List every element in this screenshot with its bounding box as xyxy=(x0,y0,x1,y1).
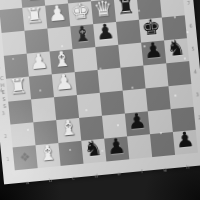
square-d5[interactable] xyxy=(72,47,97,72)
square-f4[interactable] xyxy=(120,66,145,91)
square-f1[interactable] xyxy=(127,134,152,159)
square-g2[interactable] xyxy=(148,109,173,134)
square-a2[interactable] xyxy=(10,122,35,147)
piece-white-pawn-b5[interactable]: ♟ xyxy=(26,48,51,73)
square-d3[interactable] xyxy=(77,93,102,118)
piece-black-rook-f7[interactable]: ♜ xyxy=(114,0,139,19)
piece-black-pawn-e6[interactable]: ♟ xyxy=(93,19,118,44)
square-e3[interactable] xyxy=(100,91,125,116)
square-c4[interactable]: ♟ xyxy=(52,72,77,97)
file-label: g xyxy=(153,162,177,177)
square-f6[interactable] xyxy=(116,20,141,45)
piece-white-rook-a4[interactable]: ♜ xyxy=(6,74,31,99)
piece-black-pawn-f2[interactable]: ♟ xyxy=(125,108,150,133)
piece-black-bishop-d6[interactable]: ♝ xyxy=(70,21,95,46)
square-e6[interactable]: ♟ xyxy=(93,22,118,47)
piece-black-pawn-g5[interactable]: ♟ xyxy=(141,37,166,62)
square-g1[interactable] xyxy=(150,132,175,157)
square-b1[interactable]: ♝ xyxy=(35,143,60,168)
file-label: c xyxy=(61,171,85,186)
board-emblem-icon: ❖ xyxy=(13,145,38,170)
rank-label: 7 xyxy=(183,0,195,15)
file-label: e xyxy=(107,166,131,181)
square-g4[interactable] xyxy=(143,63,168,88)
file-label: b xyxy=(38,173,62,188)
square-e5[interactable] xyxy=(95,45,120,70)
square-h3[interactable] xyxy=(168,84,193,109)
piece-white-bishop-b1[interactable]: ♝ xyxy=(35,140,60,165)
rank-label: 3 xyxy=(191,83,200,107)
rank-label: 4 xyxy=(189,60,200,84)
square-a4[interactable]: ♜ xyxy=(6,77,31,102)
square-c1[interactable] xyxy=(58,141,83,166)
rank-label: 2 xyxy=(194,106,200,130)
square-b3[interactable] xyxy=(31,97,56,122)
piece-black-knight-d1[interactable]: ♞ xyxy=(81,136,106,161)
piece-black-pawn-e1[interactable]: ♟ xyxy=(104,133,129,158)
square-h4[interactable] xyxy=(166,61,191,86)
piece-white-bishop-c2[interactable]: ♝ xyxy=(56,115,81,140)
rank-label: 6 xyxy=(185,14,197,38)
rank-label: 1 xyxy=(1,147,15,171)
square-d1[interactable]: ♞ xyxy=(81,139,106,164)
square-h5[interactable]: ♞ xyxy=(164,38,189,63)
square-d6[interactable]: ♝ xyxy=(70,24,95,49)
chess-board[interactable]: ♞♜♟♚♛♜♝♟♚♟♝♟♞♜♟♝♟❖♝♞♟♟ 87654321 87654321… xyxy=(0,0,200,184)
file-label: f xyxy=(130,164,154,179)
piece-white-rook-b7[interactable]: ♜ xyxy=(22,3,47,28)
square-a6[interactable] xyxy=(2,31,27,56)
file-label: h xyxy=(176,160,200,175)
piece-white-pawn-c4[interactable]: ♟ xyxy=(51,69,76,94)
square-a3[interactable] xyxy=(8,99,33,124)
square-a1[interactable]: ❖ xyxy=(13,145,38,170)
file-label: a xyxy=(15,175,39,190)
square-b7[interactable]: ♜ xyxy=(22,6,47,31)
square-a7[interactable] xyxy=(0,8,24,33)
piece-white-queen-e7[interactable]: ♛ xyxy=(91,0,116,21)
piece-white-bishop-c5[interactable]: ♝ xyxy=(49,46,74,71)
square-f7[interactable]: ♜ xyxy=(114,0,139,22)
photo-background: ♞♜♟♚♛♜♝♟♚♟♝♟♞♜♟♝♟❖♝♞♟♟ 87654321 87654321… xyxy=(0,0,200,200)
square-e1[interactable]: ♟ xyxy=(104,136,129,161)
square-c7[interactable]: ♟ xyxy=(45,3,70,28)
square-g3[interactable] xyxy=(146,86,171,111)
square-h1[interactable]: ♟ xyxy=(173,130,198,155)
file-label: d xyxy=(84,168,108,183)
piece-black-knight-h5[interactable]: ♞ xyxy=(164,35,189,60)
square-g5[interactable]: ♟ xyxy=(141,40,166,65)
piece-black-king-g6[interactable]: ♚ xyxy=(139,15,164,40)
square-c2[interactable]: ♝ xyxy=(56,118,81,143)
piece-white-pawn-c7[interactable]: ♟ xyxy=(45,0,70,25)
square-f5[interactable] xyxy=(118,43,143,68)
board-grid: ♞♜♟♚♛♜♝♟♚♟♝♟♞♜♟♝♟❖♝♞♟♟ xyxy=(0,0,198,170)
square-e4[interactable] xyxy=(98,68,123,93)
piece-black-pawn-h1[interactable]: ♟ xyxy=(173,127,198,152)
square-f2[interactable]: ♟ xyxy=(125,111,150,136)
rank-label: 2 xyxy=(0,125,13,149)
piece-white-king-d7[interactable]: ♚ xyxy=(68,0,93,23)
square-b4[interactable] xyxy=(29,74,54,99)
square-d4[interactable] xyxy=(75,70,100,95)
square-b5[interactable]: ♟ xyxy=(27,51,52,76)
rank-label: 5 xyxy=(187,37,199,61)
